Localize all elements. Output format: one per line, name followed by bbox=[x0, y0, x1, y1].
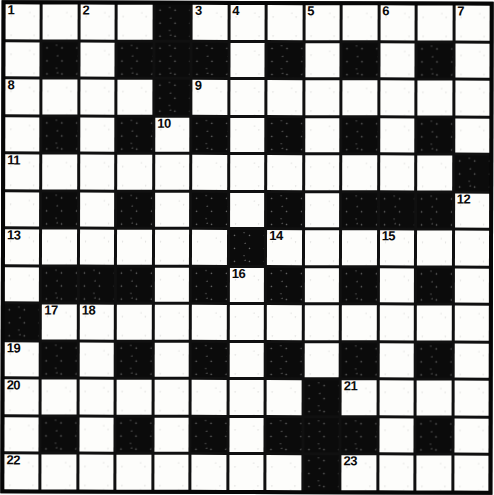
clue-number: 20 bbox=[7, 379, 21, 394]
white-cell[interactable] bbox=[118, 5, 153, 40]
white-cell[interactable] bbox=[454, 418, 489, 453]
white-cell[interactable] bbox=[379, 268, 414, 303]
white-cell[interactable]: 8 bbox=[5, 79, 40, 114]
white-cell[interactable] bbox=[380, 80, 415, 115]
clue-number: 15 bbox=[382, 230, 396, 245]
white-cell[interactable] bbox=[229, 455, 264, 490]
white-cell[interactable] bbox=[267, 456, 302, 491]
white-cell[interactable] bbox=[229, 380, 264, 415]
white-cell[interactable] bbox=[230, 80, 265, 115]
white-cell[interactable]: 1 bbox=[6, 4, 41, 39]
white-cell[interactable] bbox=[155, 268, 190, 303]
white-cell[interactable] bbox=[230, 118, 265, 153]
white-cell[interactable] bbox=[117, 380, 152, 415]
black-cell bbox=[5, 305, 40, 340]
clue-number: 14 bbox=[269, 229, 283, 244]
white-cell[interactable]: 21 bbox=[342, 381, 377, 416]
black-cell bbox=[417, 418, 452, 453]
black-cell bbox=[192, 193, 227, 228]
clue-number: 6 bbox=[382, 4, 389, 19]
black-cell bbox=[43, 192, 78, 227]
black-cell bbox=[117, 418, 152, 453]
clue-number: 17 bbox=[44, 304, 58, 319]
white-cell[interactable] bbox=[79, 417, 114, 452]
white-cell[interactable] bbox=[455, 118, 490, 153]
black-cell bbox=[118, 42, 153, 77]
white-cell[interactable] bbox=[380, 43, 415, 78]
white-cell[interactable] bbox=[305, 118, 340, 153]
white-cell[interactable] bbox=[342, 306, 377, 341]
clue-number: 12 bbox=[457, 192, 471, 207]
black-cell bbox=[342, 193, 377, 228]
black-cell bbox=[267, 418, 302, 453]
white-cell[interactable] bbox=[117, 455, 152, 490]
white-cell[interactable] bbox=[155, 192, 190, 227]
white-cell[interactable] bbox=[155, 343, 190, 378]
white-cell[interactable]: 19 bbox=[5, 342, 40, 377]
white-cell[interactable] bbox=[342, 80, 377, 115]
white-cell[interactable] bbox=[42, 380, 77, 415]
white-cell[interactable]: 5 bbox=[305, 5, 340, 40]
black-cell bbox=[417, 343, 452, 378]
clue-number: 7 bbox=[457, 5, 464, 20]
white-cell[interactable] bbox=[5, 192, 40, 227]
white-cell[interactable]: 13 bbox=[5, 230, 40, 265]
white-cell[interactable] bbox=[42, 230, 77, 265]
white-cell[interactable] bbox=[192, 305, 227, 340]
black-cell bbox=[117, 267, 152, 302]
white-cell[interactable] bbox=[379, 456, 414, 491]
black-cell bbox=[304, 456, 339, 491]
white-cell[interactable] bbox=[192, 155, 227, 190]
white-cell[interactable] bbox=[155, 230, 190, 265]
white-cell[interactable] bbox=[5, 42, 40, 77]
clue-number: 10 bbox=[157, 116, 171, 131]
black-cell bbox=[192, 343, 227, 378]
black-cell bbox=[455, 156, 490, 191]
black-cell bbox=[80, 267, 115, 302]
white-cell[interactable] bbox=[454, 343, 489, 378]
black-cell bbox=[155, 80, 190, 115]
white-cell[interactable]: 20 bbox=[5, 380, 40, 415]
black-cell bbox=[417, 193, 452, 228]
black-cell bbox=[304, 418, 339, 453]
white-cell[interactable] bbox=[380, 118, 415, 153]
white-cell[interactable] bbox=[343, 5, 378, 40]
white-cell[interactable] bbox=[417, 231, 452, 266]
white-cell[interactable] bbox=[305, 43, 340, 78]
black-cell bbox=[417, 118, 452, 153]
white-cell[interactable] bbox=[304, 343, 339, 378]
white-cell[interactable] bbox=[42, 455, 77, 490]
white-cell[interactable] bbox=[229, 418, 264, 453]
white-cell[interactable] bbox=[417, 306, 452, 341]
black-cell bbox=[43, 42, 78, 77]
clue-number: 11 bbox=[7, 154, 20, 169]
clue-number: 23 bbox=[344, 455, 358, 470]
white-cell[interactable] bbox=[454, 268, 489, 303]
white-cell[interactable] bbox=[192, 230, 227, 265]
clue-number: 9 bbox=[195, 79, 202, 94]
black-cell bbox=[117, 192, 152, 227]
white-cell[interactable] bbox=[230, 305, 265, 340]
white-cell[interactable] bbox=[342, 155, 377, 190]
white-cell[interactable] bbox=[118, 80, 153, 115]
black-cell bbox=[42, 342, 77, 377]
white-cell[interactable] bbox=[229, 343, 264, 378]
black-cell bbox=[192, 418, 227, 453]
white-cell[interactable] bbox=[342, 230, 377, 265]
white-cell[interactable]: 22 bbox=[4, 455, 39, 490]
white-cell[interactable] bbox=[267, 305, 302, 340]
black-cell bbox=[155, 5, 190, 40]
black-cell bbox=[343, 43, 378, 78]
white-cell[interactable] bbox=[305, 193, 340, 228]
black-cell bbox=[193, 42, 228, 77]
black-cell bbox=[230, 230, 265, 265]
white-cell[interactable] bbox=[154, 380, 189, 415]
white-cell[interactable]: 18 bbox=[80, 305, 115, 340]
clue-number: 19 bbox=[7, 341, 21, 356]
white-cell[interactable] bbox=[454, 306, 489, 341]
white-cell[interactable] bbox=[305, 230, 340, 265]
black-cell bbox=[42, 267, 77, 302]
white-cell[interactable] bbox=[43, 4, 78, 39]
black-cell bbox=[117, 343, 152, 378]
black-cell bbox=[118, 117, 153, 152]
white-cell[interactable] bbox=[155, 155, 190, 190]
white-cell[interactable] bbox=[305, 80, 340, 115]
black-cell bbox=[342, 118, 377, 153]
black-cell bbox=[342, 268, 377, 303]
white-cell[interactable] bbox=[416, 456, 451, 491]
black-cell bbox=[42, 417, 77, 452]
white-cell[interactable] bbox=[267, 155, 302, 190]
white-cell[interactable] bbox=[117, 230, 152, 265]
black-cell bbox=[342, 418, 377, 453]
white-cell[interactable] bbox=[80, 155, 115, 190]
black-cell bbox=[267, 268, 302, 303]
white-cell[interactable] bbox=[455, 43, 490, 78]
white-cell[interactable]: 15 bbox=[380, 231, 415, 266]
black-cell bbox=[380, 193, 415, 228]
white-cell[interactable] bbox=[379, 381, 414, 416]
white-cell[interactable]: 11 bbox=[5, 155, 40, 190]
white-cell[interactable] bbox=[417, 381, 452, 416]
white-cell[interactable]: 17 bbox=[42, 305, 77, 340]
white-cell[interactable] bbox=[154, 418, 189, 453]
white-cell[interactable] bbox=[80, 42, 115, 77]
white-cell[interactable] bbox=[268, 80, 303, 115]
white-cell[interactable] bbox=[379, 418, 414, 453]
white-cell[interactable] bbox=[80, 117, 115, 152]
white-cell[interactable]: 10 bbox=[155, 117, 190, 152]
black-cell bbox=[43, 117, 78, 152]
white-cell[interactable] bbox=[379, 343, 414, 378]
white-cell[interactable] bbox=[418, 5, 453, 40]
white-cell[interactable] bbox=[80, 342, 115, 377]
white-cell[interactable]: 14 bbox=[267, 230, 302, 265]
white-cell[interactable] bbox=[305, 155, 340, 190]
white-cell[interactable] bbox=[454, 231, 489, 266]
black-cell bbox=[155, 42, 190, 77]
white-cell[interactable] bbox=[79, 380, 114, 415]
white-cell[interactable] bbox=[43, 155, 78, 190]
white-cell[interactable]: 4 bbox=[230, 5, 265, 40]
clue-number: 1 bbox=[8, 3, 15, 18]
white-cell[interactable] bbox=[454, 381, 489, 416]
white-cell[interactable]: 9 bbox=[193, 80, 228, 115]
white-cell[interactable] bbox=[118, 155, 153, 190]
clue-number: 3 bbox=[195, 4, 202, 19]
clue-number: 8 bbox=[7, 78, 14, 93]
white-cell[interactable]: 23 bbox=[342, 456, 377, 491]
clue-number: 2 bbox=[83, 4, 90, 19]
white-cell[interactable] bbox=[5, 267, 40, 302]
white-cell[interactable]: 2 bbox=[80, 5, 115, 40]
clue-number: 4 bbox=[232, 4, 239, 19]
black-cell bbox=[418, 43, 453, 78]
white-cell[interactable] bbox=[304, 305, 339, 340]
white-cell[interactable] bbox=[192, 455, 227, 490]
white-cell[interactable] bbox=[80, 192, 115, 227]
crossword-grid: 1234567891011121314151617181920212223 bbox=[0, 0, 493, 494]
white-cell[interactable] bbox=[267, 380, 302, 415]
white-cell[interactable] bbox=[192, 380, 227, 415]
clue-number: 21 bbox=[344, 380, 358, 395]
white-cell[interactable] bbox=[268, 5, 303, 40]
black-cell bbox=[267, 118, 302, 153]
white-cell[interactable]: 16 bbox=[230, 268, 265, 303]
clue-number: 5 bbox=[307, 4, 314, 19]
black-cell bbox=[193, 117, 228, 152]
clue-number: 22 bbox=[6, 454, 20, 469]
white-cell[interactable] bbox=[305, 268, 340, 303]
white-cell[interactable]: 12 bbox=[455, 193, 490, 228]
black-cell bbox=[304, 381, 339, 416]
white-cell[interactable] bbox=[380, 155, 415, 190]
black-cell bbox=[417, 268, 452, 303]
white-cell[interactable] bbox=[5, 117, 40, 152]
black-cell bbox=[268, 43, 303, 78]
white-cell[interactable] bbox=[379, 306, 414, 341]
white-cell[interactable] bbox=[417, 81, 452, 116]
white-cell[interactable] bbox=[80, 230, 115, 265]
white-cell[interactable] bbox=[455, 81, 490, 116]
scanned-page: 1234567891011121314151617181920212223 bbox=[0, 0, 494, 495]
clue-number: 13 bbox=[7, 229, 21, 244]
white-cell[interactable] bbox=[117, 305, 152, 340]
white-cell[interactable] bbox=[155, 305, 190, 340]
white-cell[interactable] bbox=[230, 193, 265, 228]
white-cell[interactable] bbox=[454, 456, 489, 491]
clue-number: 16 bbox=[232, 267, 246, 282]
clue-number: 18 bbox=[82, 304, 96, 319]
black-cell bbox=[267, 193, 302, 228]
white-cell[interactable] bbox=[230, 42, 265, 77]
black-cell bbox=[192, 268, 227, 303]
white-cell[interactable] bbox=[79, 455, 114, 490]
black-cell bbox=[342, 343, 377, 378]
white-cell[interactable] bbox=[80, 80, 115, 115]
white-cell[interactable] bbox=[154, 455, 189, 490]
white-cell[interactable]: 7 bbox=[455, 6, 490, 41]
white-cell[interactable] bbox=[417, 156, 452, 191]
white-cell[interactable] bbox=[43, 80, 78, 115]
black-cell bbox=[267, 343, 302, 378]
white-cell[interactable]: 3 bbox=[193, 5, 228, 40]
white-cell[interactable] bbox=[4, 417, 39, 452]
white-cell[interactable] bbox=[230, 155, 265, 190]
white-cell[interactable]: 6 bbox=[380, 5, 415, 40]
